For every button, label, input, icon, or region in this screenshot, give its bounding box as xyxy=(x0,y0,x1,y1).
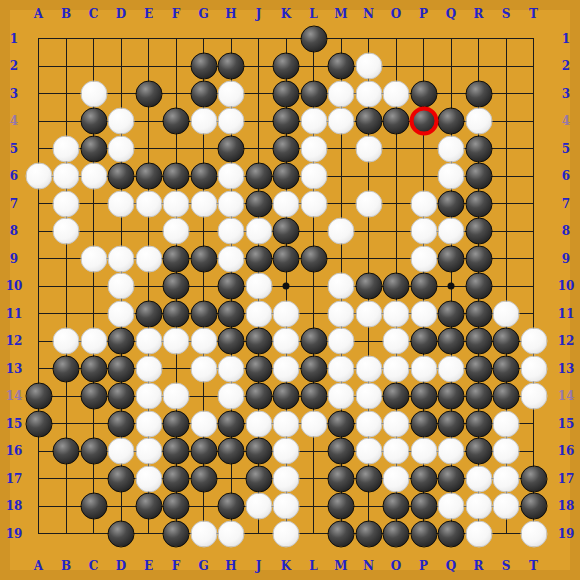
coordinate-label: C xyxy=(89,560,99,572)
coordinate-label: G xyxy=(198,560,208,572)
coordinate-label: 3 xyxy=(562,88,570,100)
coordinate-label: 2 xyxy=(562,60,570,72)
stone-H18[interactable] xyxy=(218,493,245,520)
stone-H8[interactable] xyxy=(218,218,245,245)
grid-line-vertical xyxy=(533,38,534,534)
stone-K18[interactable] xyxy=(273,493,300,520)
stone-L4[interactable] xyxy=(300,108,327,135)
stone-C5[interactable] xyxy=(80,135,107,162)
stone-R11[interactable] xyxy=(465,300,492,327)
stone-A14[interactable] xyxy=(25,383,52,410)
stone-P7[interactable] xyxy=(410,190,437,217)
coordinate-label: 11 xyxy=(6,308,23,320)
stone-B5[interactable] xyxy=(53,135,80,162)
coordinate-label: 13 xyxy=(558,363,575,375)
coordinate-label: D xyxy=(116,8,126,20)
stone-J16[interactable] xyxy=(245,438,272,465)
stone-H14[interactable] xyxy=(218,383,245,410)
stone-G13[interactable] xyxy=(190,355,217,382)
stone-N10[interactable] xyxy=(355,273,382,300)
stone-J7[interactable] xyxy=(245,190,272,217)
coordinate-label: S xyxy=(502,8,511,20)
stone-L15[interactable] xyxy=(300,410,327,437)
stone-O12[interactable] xyxy=(383,328,410,355)
stone-E16[interactable] xyxy=(135,438,162,465)
stone-J10[interactable] xyxy=(245,273,272,300)
stone-K13[interactable] xyxy=(273,355,300,382)
stone-P4[interactable] xyxy=(410,108,437,135)
stone-G6[interactable] xyxy=(190,163,217,190)
stone-D10[interactable] xyxy=(108,273,135,300)
stone-E17[interactable] xyxy=(135,465,162,492)
stone-Q16[interactable] xyxy=(438,438,465,465)
stone-F15[interactable] xyxy=(163,410,190,437)
coordinate-label: T xyxy=(529,560,538,572)
stone-D12[interactable] xyxy=(108,328,135,355)
coordinate-label: J xyxy=(256,8,262,20)
coordinate-label: 10 xyxy=(6,280,23,292)
stone-C9[interactable] xyxy=(80,245,107,272)
stone-D11[interactable] xyxy=(108,300,135,327)
coordinate-label: D xyxy=(116,560,126,572)
stone-O17[interactable] xyxy=(383,465,410,492)
go-board[interactable]: ABCDEFGHJKLMNOPQRST ABCDEFGHJKLMNOPQRST … xyxy=(0,0,580,580)
stone-M8[interactable] xyxy=(328,218,355,245)
stone-Q18[interactable] xyxy=(438,493,465,520)
stone-O13[interactable] xyxy=(383,355,410,382)
stone-J8[interactable] xyxy=(245,218,272,245)
coordinate-label: 15 xyxy=(6,418,23,430)
stone-R3[interactable] xyxy=(465,80,492,107)
stone-H12[interactable] xyxy=(218,328,245,355)
stone-L6[interactable] xyxy=(300,163,327,190)
stone-H15[interactable] xyxy=(218,410,245,437)
coordinate-label: 4 xyxy=(562,115,570,127)
stone-R6[interactable] xyxy=(465,163,492,190)
stone-E13[interactable] xyxy=(135,355,162,382)
coordinate-label: 18 xyxy=(558,500,575,512)
stone-N7[interactable] xyxy=(355,190,382,217)
stone-T12[interactable] xyxy=(520,328,547,355)
stone-M12[interactable] xyxy=(328,328,355,355)
stone-O14[interactable] xyxy=(383,383,410,410)
stone-P9[interactable] xyxy=(410,245,437,272)
stone-C18[interactable] xyxy=(80,493,107,520)
stone-M16[interactable] xyxy=(328,438,355,465)
stone-K11[interactable] xyxy=(273,300,300,327)
stone-R9[interactable] xyxy=(465,245,492,272)
stone-R14[interactable] xyxy=(465,383,492,410)
stone-C13[interactable] xyxy=(80,355,107,382)
stone-M10[interactable] xyxy=(328,273,355,300)
stone-K6[interactable] xyxy=(273,163,300,190)
stone-Q15[interactable] xyxy=(438,410,465,437)
stone-B7[interactable] xyxy=(53,190,80,217)
coordinate-label: 3 xyxy=(10,88,18,100)
coordinate-label: 12 xyxy=(6,335,23,347)
stone-B12[interactable] xyxy=(53,328,80,355)
stone-O10[interactable] xyxy=(383,273,410,300)
star-point xyxy=(448,283,455,290)
stone-G16[interactable] xyxy=(190,438,217,465)
stone-E3[interactable] xyxy=(135,80,162,107)
coordinate-label: R xyxy=(474,560,484,572)
stone-Q7[interactable] xyxy=(438,190,465,217)
stone-Q11[interactable] xyxy=(438,300,465,327)
coordinate-label: O xyxy=(391,8,401,20)
stone-H11[interactable] xyxy=(218,300,245,327)
stone-H13[interactable] xyxy=(218,355,245,382)
coordinate-label: R xyxy=(474,8,484,20)
stone-S18[interactable] xyxy=(493,493,520,520)
coordinate-label: 5 xyxy=(562,143,570,155)
coordinate-label: 5 xyxy=(10,143,18,155)
stone-P18[interactable] xyxy=(410,493,437,520)
coordinate-label: 9 xyxy=(562,253,570,265)
coordinate-label: 11 xyxy=(558,308,575,320)
stone-S13[interactable] xyxy=(493,355,520,382)
stone-M2[interactable] xyxy=(328,53,355,80)
coordinate-label: J xyxy=(256,560,262,572)
stone-O3[interactable] xyxy=(383,80,410,107)
stone-N17[interactable] xyxy=(355,465,382,492)
stone-R10[interactable] xyxy=(465,273,492,300)
stone-K14[interactable] xyxy=(273,383,300,410)
stone-R19[interactable] xyxy=(465,520,492,547)
coordinate-label: 12 xyxy=(558,335,575,347)
stone-M11[interactable] xyxy=(328,300,355,327)
stone-P12[interactable] xyxy=(410,328,437,355)
stone-Q8[interactable] xyxy=(438,218,465,245)
stone-S17[interactable] xyxy=(493,465,520,492)
coordinate-label: O xyxy=(391,560,401,572)
coordinate-label: 7 xyxy=(10,198,18,210)
stone-L1[interactable] xyxy=(300,25,327,52)
stone-Q9[interactable] xyxy=(438,245,465,272)
stone-S15[interactable] xyxy=(493,410,520,437)
stone-J11[interactable] xyxy=(245,300,272,327)
stone-R7[interactable] xyxy=(465,190,492,217)
stone-E7[interactable] xyxy=(135,190,162,217)
stone-Q6[interactable] xyxy=(438,163,465,190)
stone-F12[interactable] xyxy=(163,328,190,355)
stone-L3[interactable] xyxy=(300,80,327,107)
coordinate-label: 6 xyxy=(562,170,570,182)
stone-G17[interactable] xyxy=(190,465,217,492)
coordinate-label: 8 xyxy=(10,225,18,237)
stone-E15[interactable] xyxy=(135,410,162,437)
stone-F19[interactable] xyxy=(163,520,190,547)
stone-O19[interactable] xyxy=(383,520,410,547)
stone-L7[interactable] xyxy=(300,190,327,217)
coordinate-label: N xyxy=(363,8,374,20)
stone-S12[interactable] xyxy=(493,328,520,355)
stone-P16[interactable] xyxy=(410,438,437,465)
stone-N19[interactable] xyxy=(355,520,382,547)
stone-H7[interactable] xyxy=(218,190,245,217)
stone-E9[interactable] xyxy=(135,245,162,272)
stone-R18[interactable] xyxy=(465,493,492,520)
stone-F11[interactable] xyxy=(163,300,190,327)
coordinate-label: Q xyxy=(446,560,456,572)
stone-M4[interactable] xyxy=(328,108,355,135)
stone-K2[interactable] xyxy=(273,53,300,80)
stone-F7[interactable] xyxy=(163,190,190,217)
stone-H10[interactable] xyxy=(218,273,245,300)
stone-K9[interactable] xyxy=(273,245,300,272)
stone-J13[interactable] xyxy=(245,355,272,382)
stone-G15[interactable] xyxy=(190,410,217,437)
stone-D6[interactable] xyxy=(108,163,135,190)
stone-M15[interactable] xyxy=(328,410,355,437)
stone-S14[interactable] xyxy=(493,383,520,410)
stone-P13[interactable] xyxy=(410,355,437,382)
coordinate-label: B xyxy=(61,560,71,572)
stone-G9[interactable] xyxy=(190,245,217,272)
coordinate-label: Q xyxy=(446,8,456,20)
stone-T13[interactable] xyxy=(520,355,547,382)
stone-J6[interactable] xyxy=(245,163,272,190)
coordinate-label: 14 xyxy=(558,390,575,402)
stone-P11[interactable] xyxy=(410,300,437,327)
coordinate-label: 2 xyxy=(10,60,18,72)
stone-P19[interactable] xyxy=(410,520,437,547)
stone-O16[interactable] xyxy=(383,438,410,465)
coordinate-label: A xyxy=(34,8,43,20)
stone-K8[interactable] xyxy=(273,218,300,245)
stone-D16[interactable] xyxy=(108,438,135,465)
stone-B13[interactable] xyxy=(53,355,80,382)
coordinate-label: 4 xyxy=(10,115,18,127)
stone-Q4[interactable] xyxy=(438,108,465,135)
stone-Q19[interactable] xyxy=(438,520,465,547)
stone-J9[interactable] xyxy=(245,245,272,272)
stone-E18[interactable] xyxy=(135,493,162,520)
stone-K17[interactable] xyxy=(273,465,300,492)
coordinate-label: 16 xyxy=(558,445,575,457)
stone-F16[interactable] xyxy=(163,438,190,465)
stone-H6[interactable] xyxy=(218,163,245,190)
stone-G2[interactable] xyxy=(190,53,217,80)
stone-N14[interactable] xyxy=(355,383,382,410)
star-point xyxy=(283,283,290,290)
stone-N13[interactable] xyxy=(355,355,382,382)
coordinate-label: E xyxy=(144,8,153,20)
stone-J15[interactable] xyxy=(245,410,272,437)
stone-G19[interactable] xyxy=(190,520,217,547)
stone-C4[interactable] xyxy=(80,108,107,135)
coordinate-label: F xyxy=(172,560,181,572)
stone-M17[interactable] xyxy=(328,465,355,492)
coordinate-label: M xyxy=(334,560,347,572)
coordinate-label: 19 xyxy=(6,528,23,540)
stone-Q5[interactable] xyxy=(438,135,465,162)
coordinate-label: 14 xyxy=(6,390,23,402)
stone-K4[interactable] xyxy=(273,108,300,135)
stone-F17[interactable] xyxy=(163,465,190,492)
coordinate-label: L xyxy=(309,560,317,572)
stone-L14[interactable] xyxy=(300,383,327,410)
stone-D5[interactable] xyxy=(108,135,135,162)
stone-S16[interactable] xyxy=(493,438,520,465)
coordinate-label: P xyxy=(419,560,428,572)
stone-F18[interactable] xyxy=(163,493,190,520)
stone-B6[interactable] xyxy=(53,163,80,190)
stone-N2[interactable] xyxy=(355,53,382,80)
stone-T18[interactable] xyxy=(520,493,547,520)
stone-O11[interactable] xyxy=(383,300,410,327)
coordinate-label: T xyxy=(529,8,538,20)
stone-D19[interactable] xyxy=(108,520,135,547)
coordinate-label: H xyxy=(225,8,236,20)
stone-D9[interactable] xyxy=(108,245,135,272)
stone-N3[interactable] xyxy=(355,80,382,107)
stone-M14[interactable] xyxy=(328,383,355,410)
stone-F4[interactable] xyxy=(163,108,190,135)
coordinate-label: 1 xyxy=(562,33,570,45)
stone-C6[interactable] xyxy=(80,163,107,190)
coordinate-label: E xyxy=(144,560,153,572)
stone-J14[interactable] xyxy=(245,383,272,410)
stone-L9[interactable] xyxy=(300,245,327,272)
stone-F10[interactable] xyxy=(163,273,190,300)
stone-C14[interactable] xyxy=(80,383,107,410)
coordinate-label: B xyxy=(61,8,71,20)
stone-T17[interactable] xyxy=(520,465,547,492)
stone-T19[interactable] xyxy=(520,520,547,547)
stone-P15[interactable] xyxy=(410,410,437,437)
stone-R8[interactable] xyxy=(465,218,492,245)
coordinate-label: A xyxy=(34,560,43,572)
stone-P3[interactable] xyxy=(410,80,437,107)
coordinate-label: 15 xyxy=(558,418,575,430)
coordinate-label: L xyxy=(309,8,317,20)
stone-M3[interactable] xyxy=(328,80,355,107)
stone-K7[interactable] xyxy=(273,190,300,217)
stone-Q13[interactable] xyxy=(438,355,465,382)
stone-T14[interactable] xyxy=(520,383,547,410)
stone-H4[interactable] xyxy=(218,108,245,135)
stone-E11[interactable] xyxy=(135,300,162,327)
stone-K12[interactable] xyxy=(273,328,300,355)
stone-L12[interactable] xyxy=(300,328,327,355)
stone-S11[interactable] xyxy=(493,300,520,327)
stone-H9[interactable] xyxy=(218,245,245,272)
stone-F6[interactable] xyxy=(163,163,190,190)
stone-M19[interactable] xyxy=(328,520,355,547)
coordinate-label: F xyxy=(172,8,181,20)
coordinate-label: 10 xyxy=(558,280,575,292)
coordinate-label: 1 xyxy=(10,33,18,45)
stone-P10[interactable] xyxy=(410,273,437,300)
stone-C12[interactable] xyxy=(80,328,107,355)
stone-K3[interactable] xyxy=(273,80,300,107)
stone-F8[interactable] xyxy=(163,218,190,245)
stone-C3[interactable] xyxy=(80,80,107,107)
stone-Q17[interactable] xyxy=(438,465,465,492)
coordinate-label: K xyxy=(281,560,291,572)
stone-E14[interactable] xyxy=(135,383,162,410)
coordinate-label: 7 xyxy=(562,198,570,210)
stone-R5[interactable] xyxy=(465,135,492,162)
stone-E6[interactable] xyxy=(135,163,162,190)
stone-N5[interactable] xyxy=(355,135,382,162)
stone-G7[interactable] xyxy=(190,190,217,217)
stone-H2[interactable] xyxy=(218,53,245,80)
stone-R13[interactable] xyxy=(465,355,492,382)
stone-D14[interactable] xyxy=(108,383,135,410)
stone-B8[interactable] xyxy=(53,218,80,245)
stone-J12[interactable] xyxy=(245,328,272,355)
stone-F9[interactable] xyxy=(163,245,190,272)
coordinate-label: H xyxy=(225,560,236,572)
stone-E12[interactable] xyxy=(135,328,162,355)
stone-P8[interactable] xyxy=(410,218,437,245)
stone-P14[interactable] xyxy=(410,383,437,410)
stone-L5[interactable] xyxy=(300,135,327,162)
stone-B16[interactable] xyxy=(53,438,80,465)
stone-K15[interactable] xyxy=(273,410,300,437)
stone-D7[interactable] xyxy=(108,190,135,217)
stone-J17[interactable] xyxy=(245,465,272,492)
stone-K19[interactable] xyxy=(273,520,300,547)
stone-H5[interactable] xyxy=(218,135,245,162)
coordinate-label: M xyxy=(334,8,347,20)
stone-Q12[interactable] xyxy=(438,328,465,355)
stone-K16[interactable] xyxy=(273,438,300,465)
coordinate-label: 13 xyxy=(6,363,23,375)
stone-R15[interactable] xyxy=(465,410,492,437)
stone-N15[interactable] xyxy=(355,410,382,437)
stone-L13[interactable] xyxy=(300,355,327,382)
stone-N4[interactable] xyxy=(355,108,382,135)
stone-P17[interactable] xyxy=(410,465,437,492)
stone-M18[interactable] xyxy=(328,493,355,520)
stone-R17[interactable] xyxy=(465,465,492,492)
stone-G3[interactable] xyxy=(190,80,217,107)
stone-M13[interactable] xyxy=(328,355,355,382)
stone-O4[interactable] xyxy=(383,108,410,135)
coordinate-label: K xyxy=(281,8,291,20)
stone-O15[interactable] xyxy=(383,410,410,437)
stone-C16[interactable] xyxy=(80,438,107,465)
stone-G12[interactable] xyxy=(190,328,217,355)
stone-D4[interactable] xyxy=(108,108,135,135)
stone-G11[interactable] xyxy=(190,300,217,327)
coordinate-label: P xyxy=(419,8,428,20)
coordinate-label: 17 xyxy=(6,473,23,485)
stone-A15[interactable] xyxy=(25,410,52,437)
stone-N16[interactable] xyxy=(355,438,382,465)
stone-Q14[interactable] xyxy=(438,383,465,410)
stone-R12[interactable] xyxy=(465,328,492,355)
stone-J18[interactable] xyxy=(245,493,272,520)
stone-K5[interactable] xyxy=(273,135,300,162)
stone-H3[interactable] xyxy=(218,80,245,107)
stone-G4[interactable] xyxy=(190,108,217,135)
stone-N11[interactable] xyxy=(355,300,382,327)
stone-A6[interactable] xyxy=(25,163,52,190)
stone-R16[interactable] xyxy=(465,438,492,465)
stone-O18[interactable] xyxy=(383,493,410,520)
stone-D13[interactable] xyxy=(108,355,135,382)
stone-F14[interactable] xyxy=(163,383,190,410)
stone-D15[interactable] xyxy=(108,410,135,437)
stone-R4[interactable] xyxy=(465,108,492,135)
stone-H16[interactable] xyxy=(218,438,245,465)
stone-H19[interactable] xyxy=(218,520,245,547)
stone-D17[interactable] xyxy=(108,465,135,492)
